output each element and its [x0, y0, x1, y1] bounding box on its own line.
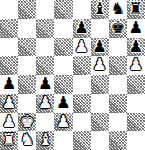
square-g5[interactable]	[109, 56, 127, 75]
square-a7[interactable]	[0, 19, 18, 38]
square-f4[interactable]	[91, 75, 109, 94]
square-a8[interactable]	[0, 0, 18, 19]
square-h3[interactable]	[127, 94, 145, 113]
black-pawn-piece[interactable]: ♟	[129, 19, 144, 36]
square-b4[interactable]	[18, 75, 36, 94]
black-knight-piece[interactable]: ♞	[110, 1, 125, 18]
square-d1[interactable]	[54, 131, 72, 150]
square-f8[interactable]: ♝	[91, 0, 109, 19]
square-e1[interactable]	[73, 131, 91, 150]
square-a5[interactable]	[0, 56, 18, 75]
white-pawn-piece[interactable]: ♟	[2, 113, 17, 130]
white-rook-piece[interactable]: ♜	[2, 132, 17, 149]
square-h7[interactable]: ♟	[127, 19, 145, 38]
square-c8[interactable]	[36, 0, 54, 19]
square-c2[interactable]	[36, 113, 54, 132]
white-pawn-piece[interactable]: ♟	[38, 94, 53, 111]
square-c6[interactable]	[36, 38, 54, 57]
square-h6[interactable]: ♟	[127, 38, 145, 57]
square-b5[interactable]	[18, 56, 36, 75]
square-f6[interactable]: ♟	[91, 38, 109, 57]
square-d4[interactable]	[54, 75, 72, 94]
square-b2[interactable]: ♚	[18, 113, 36, 132]
black-pawn-piece[interactable]: ♟	[2, 76, 17, 93]
white-pawn-piece[interactable]: ♟	[74, 38, 89, 55]
square-f7[interactable]	[91, 19, 109, 38]
square-a4[interactable]: ♟	[0, 75, 18, 94]
square-f3[interactable]	[91, 94, 109, 113]
square-b1[interactable]: ♞	[18, 131, 36, 150]
black-king-piece[interactable]: ♚	[110, 19, 125, 36]
square-h5[interactable]: ♟	[127, 56, 145, 75]
chess-board: ♝♞♜♟♚♟♟♟♟♟♟♟♟♟♟♟♟♚♟♜♞♝	[0, 0, 145, 150]
square-d8[interactable]	[54, 0, 72, 19]
black-pawn-piece[interactable]: ♟	[38, 76, 53, 93]
square-g3[interactable]	[109, 94, 127, 113]
black-pawn-piece[interactable]: ♟	[56, 94, 71, 111]
square-g7[interactable]: ♚	[109, 19, 127, 38]
square-e2[interactable]	[73, 113, 91, 132]
square-a1[interactable]: ♜	[0, 131, 18, 150]
black-pawn-piece[interactable]: ♟	[129, 38, 144, 55]
square-g6[interactable]	[109, 38, 127, 57]
black-pawn-piece[interactable]: ♟	[74, 19, 89, 36]
square-f1[interactable]	[91, 131, 109, 150]
white-pawn-piece[interactable]: ♟	[129, 57, 144, 74]
square-a3[interactable]: ♟	[0, 94, 18, 113]
square-e3[interactable]	[73, 94, 91, 113]
square-c3[interactable]: ♟	[36, 94, 54, 113]
square-d6[interactable]	[54, 38, 72, 57]
black-pawn-piece[interactable]: ♟	[92, 38, 107, 55]
square-f2[interactable]	[91, 113, 109, 132]
square-g1[interactable]	[109, 131, 127, 150]
square-c5[interactable]	[36, 56, 54, 75]
square-b7[interactable]	[18, 19, 36, 38]
square-d5[interactable]	[54, 56, 72, 75]
square-e5[interactable]	[73, 56, 91, 75]
square-d2[interactable]: ♟	[54, 113, 72, 132]
square-b8[interactable]	[18, 0, 36, 19]
square-c4[interactable]: ♟	[36, 75, 54, 94]
square-c7[interactable]	[36, 19, 54, 38]
square-h2[interactable]	[127, 113, 145, 132]
square-a2[interactable]: ♟	[0, 113, 18, 132]
square-g8[interactable]: ♞	[109, 0, 127, 19]
white-pawn-piece[interactable]: ♟	[2, 94, 17, 111]
square-b3[interactable]	[18, 94, 36, 113]
square-e7[interactable]: ♟	[73, 19, 91, 38]
black-rook-piece[interactable]: ♜	[129, 1, 144, 18]
square-h1[interactable]	[127, 131, 145, 150]
square-b6[interactable]	[18, 38, 36, 57]
square-d3[interactable]: ♟	[54, 94, 72, 113]
black-bishop-piece[interactable]: ♝	[92, 1, 107, 18]
square-e8[interactable]	[73, 0, 91, 19]
square-g4[interactable]	[109, 75, 127, 94]
square-h4[interactable]	[127, 75, 145, 94]
square-h8[interactable]: ♜	[127, 0, 145, 19]
square-d7[interactable]	[54, 19, 72, 38]
white-bishop-piece[interactable]: ♝	[38, 132, 53, 149]
square-e6[interactable]: ♟	[73, 38, 91, 57]
square-c1[interactable]: ♝	[36, 131, 54, 150]
white-knight-piece[interactable]: ♞	[20, 132, 35, 149]
white-pawn-piece[interactable]: ♟	[56, 113, 71, 130]
white-pawn-piece[interactable]: ♟	[92, 57, 107, 74]
square-a6[interactable]	[0, 38, 18, 57]
square-g2[interactable]	[109, 113, 127, 132]
white-king-piece[interactable]: ♚	[20, 113, 35, 130]
square-e4[interactable]	[73, 75, 91, 94]
square-f5[interactable]: ♟	[91, 56, 109, 75]
